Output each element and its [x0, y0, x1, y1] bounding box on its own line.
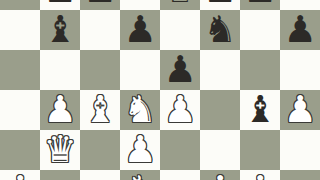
square-b2[interactable]	[40, 170, 80, 180]
board-viewport: ♜♞♚♜♟♟♛♟♟♝♟♞♟♟♟♝♞♟♝♟♛♟♟♞♟♟♜♝♚♜	[0, 0, 320, 180]
square-h3[interactable]	[280, 130, 320, 170]
piece-white-pawn-b4[interactable]: ♟	[40, 90, 80, 130]
square-g3[interactable]	[240, 130, 280, 170]
piece-black-bishop-g4[interactable]: ♝	[240, 90, 280, 130]
piece-white-knight-d2[interactable]: ♞	[120, 170, 160, 180]
square-h6[interactable]: ♟	[280, 10, 320, 50]
square-d3[interactable]: ♟	[120, 130, 160, 170]
square-c6[interactable]	[80, 10, 120, 50]
square-g2[interactable]: ♟	[240, 170, 280, 180]
square-f3[interactable]	[200, 130, 240, 170]
square-e6[interactable]	[160, 10, 200, 50]
square-a3[interactable]	[0, 130, 40, 170]
square-d4[interactable]: ♞	[120, 90, 160, 130]
piece-white-bishop-c4[interactable]: ♝	[80, 90, 120, 130]
square-c2[interactable]	[80, 170, 120, 180]
square-a5[interactable]	[0, 50, 40, 90]
square-g7[interactable]: ♟	[240, 0, 280, 10]
square-a2[interactable]: ♟	[0, 170, 40, 180]
square-a7[interactable]	[0, 0, 40, 10]
square-e3[interactable]	[160, 130, 200, 170]
piece-black-pawn-c7[interactable]: ♟	[80, 0, 120, 10]
square-e4[interactable]: ♟	[160, 90, 200, 130]
square-g4[interactable]: ♝	[240, 90, 280, 130]
square-d2[interactable]: ♞	[120, 170, 160, 180]
piece-white-pawn-g2[interactable]: ♟	[240, 170, 280, 180]
piece-black-pawn-h6[interactable]: ♟	[280, 10, 320, 50]
piece-white-pawn-h4[interactable]: ♟	[280, 90, 320, 130]
piece-black-queen-e7[interactable]: ♛	[160, 0, 200, 10]
square-a4[interactable]	[0, 90, 40, 130]
square-b6[interactable]: ♝	[40, 10, 80, 50]
square-b4[interactable]: ♟	[40, 90, 80, 130]
piece-black-pawn-g7[interactable]: ♟	[240, 0, 280, 10]
piece-white-knight-d4[interactable]: ♞	[120, 90, 160, 130]
square-c5[interactable]	[80, 50, 120, 90]
piece-white-pawn-f2[interactable]: ♟	[200, 170, 240, 180]
piece-white-pawn-a2[interactable]: ♟	[0, 170, 40, 180]
piece-black-knight-f6[interactable]: ♞	[200, 10, 240, 50]
square-e7[interactable]: ♛	[160, 0, 200, 10]
square-g6[interactable]	[240, 10, 280, 50]
square-f4[interactable]	[200, 90, 240, 130]
square-h5[interactable]	[280, 50, 320, 90]
square-a6[interactable]	[0, 10, 40, 50]
square-c4[interactable]: ♝	[80, 90, 120, 130]
square-g5[interactable]	[240, 50, 280, 90]
piece-white-pawn-d3[interactable]: ♟	[120, 130, 160, 170]
square-b3[interactable]: ♛	[40, 130, 80, 170]
piece-white-queen-b3[interactable]: ♛	[40, 130, 80, 170]
square-c3[interactable]	[80, 130, 120, 170]
square-h2[interactable]	[280, 170, 320, 180]
square-f2[interactable]: ♟	[200, 170, 240, 180]
chess-board: ♜♞♚♜♟♟♛♟♟♝♟♞♟♟♟♝♞♟♝♟♛♟♟♞♟♟♜♝♚♜	[0, 0, 320, 180]
square-c7[interactable]: ♟	[80, 0, 120, 10]
square-e2[interactable]	[160, 170, 200, 180]
square-f5[interactable]	[200, 50, 240, 90]
square-b5[interactable]	[40, 50, 80, 90]
piece-black-bishop-b6[interactable]: ♝	[40, 10, 80, 50]
square-h4[interactable]: ♟	[280, 90, 320, 130]
square-f6[interactable]: ♞	[200, 10, 240, 50]
piece-black-pawn-d6[interactable]: ♟	[120, 10, 160, 50]
square-e5[interactable]: ♟	[160, 50, 200, 90]
square-d5[interactable]	[120, 50, 160, 90]
piece-white-pawn-e4[interactable]: ♟	[160, 90, 200, 130]
piece-black-pawn-e5[interactable]: ♟	[160, 50, 200, 90]
square-d6[interactable]: ♟	[120, 10, 160, 50]
